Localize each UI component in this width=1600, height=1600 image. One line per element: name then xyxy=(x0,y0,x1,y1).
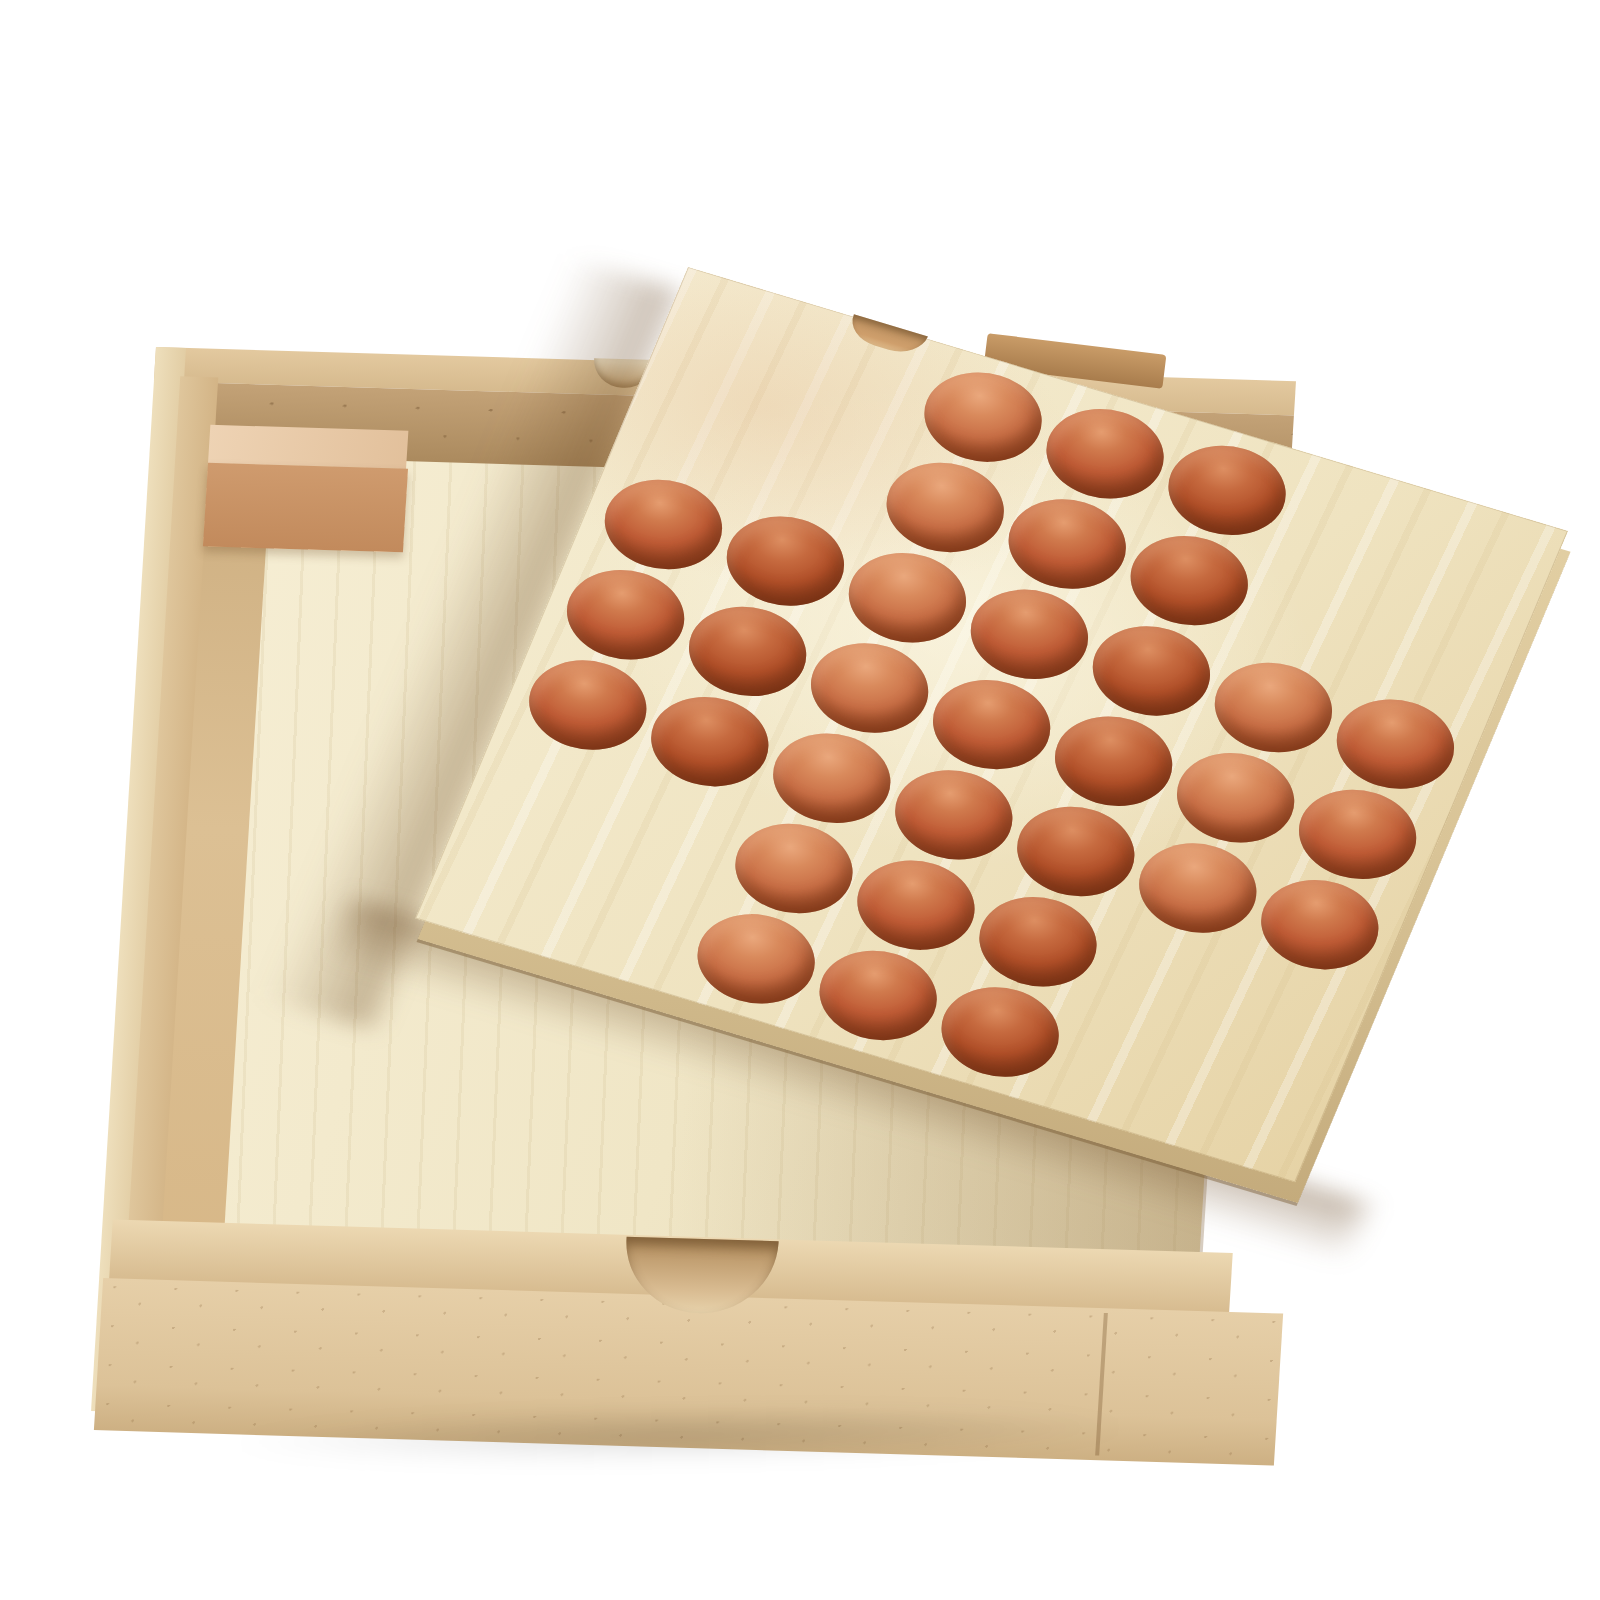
marble[interactable] xyxy=(994,486,1141,602)
marble[interactable] xyxy=(758,720,905,836)
marble[interactable] xyxy=(1284,776,1431,892)
lid-stop-block-front xyxy=(203,463,408,553)
marble[interactable] xyxy=(843,847,990,963)
marble[interactable] xyxy=(805,937,952,1053)
marble[interactable] xyxy=(1154,432,1301,548)
marble[interactable] xyxy=(1032,396,1179,512)
marble[interactable] xyxy=(1322,686,1469,802)
marble[interactable] xyxy=(712,503,859,619)
marble[interactable] xyxy=(880,757,1027,873)
product-photo-scene xyxy=(0,0,1600,1600)
marble[interactable] xyxy=(910,359,1057,475)
marble[interactable] xyxy=(1040,703,1187,819)
marble[interactable] xyxy=(872,449,1019,565)
marble[interactable] xyxy=(918,666,1065,782)
marble[interactable] xyxy=(683,901,830,1017)
marble[interactable] xyxy=(674,593,821,709)
marble[interactable] xyxy=(834,539,981,655)
marble[interactable] xyxy=(636,683,783,799)
marble[interactable] xyxy=(927,974,1074,1090)
marble[interactable] xyxy=(1124,830,1271,946)
marble[interactable] xyxy=(1200,649,1347,765)
marble[interactable] xyxy=(514,647,661,763)
marble[interactable] xyxy=(796,630,943,746)
marble[interactable] xyxy=(1246,866,1393,982)
marble[interactable] xyxy=(1078,613,1225,729)
marble[interactable] xyxy=(1002,793,1149,909)
marble[interactable] xyxy=(721,810,868,926)
marble[interactable] xyxy=(590,466,737,582)
marble[interactable] xyxy=(956,576,1103,692)
marble[interactable] xyxy=(1162,740,1309,856)
marble[interactable] xyxy=(1116,522,1263,638)
marble[interactable] xyxy=(552,557,699,673)
marble[interactable] xyxy=(965,884,1112,1000)
